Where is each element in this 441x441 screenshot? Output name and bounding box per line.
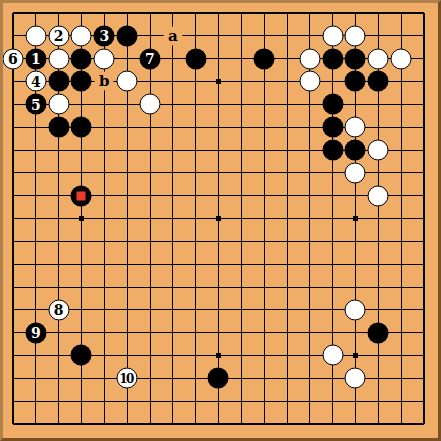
intersection-12-12[interactable] (276, 276, 299, 299)
intersection-12-11[interactable] (276, 253, 299, 276)
intersection-0-3[interactable] (2, 70, 25, 93)
intersection-8-17[interactable] (184, 390, 207, 413)
intersection-14-3[interactable] (321, 70, 344, 93)
intersection-1-6[interactable] (24, 139, 47, 162)
intersection-10-3[interactable] (230, 70, 253, 93)
intersection-8-12[interactable] (184, 276, 207, 299)
intersection-0-18[interactable] (2, 412, 25, 435)
intersection-15-1[interactable] (344, 24, 367, 47)
intersection-6-16[interactable] (139, 367, 162, 390)
intersection-6-1[interactable] (139, 24, 162, 47)
intersection-2-8[interactable] (47, 184, 70, 207)
intersection-12-3[interactable] (276, 70, 299, 93)
intersection-7-15[interactable] (161, 344, 184, 367)
intersection-14-13[interactable] (321, 298, 344, 321)
intersection-6-14[interactable] (139, 321, 162, 344)
intersection-1-9[interactable] (24, 207, 47, 230)
intersection-8-4[interactable] (184, 93, 207, 116)
intersection-6-0[interactable] (139, 2, 162, 25)
intersection-17-17[interactable] (390, 390, 413, 413)
intersection-13-3[interactable] (298, 70, 321, 93)
intersection-13-2[interactable] (298, 47, 321, 70)
intersection-16-12[interactable] (367, 276, 390, 299)
intersection-2-15[interactable] (47, 344, 70, 367)
intersection-15-2[interactable] (344, 47, 367, 70)
intersection-14-9[interactable] (321, 207, 344, 230)
intersection-15-3[interactable] (344, 70, 367, 93)
intersection-16-10[interactable] (367, 230, 390, 253)
intersection-3-8[interactable] (70, 184, 93, 207)
intersection-15-9[interactable] (344, 207, 367, 230)
intersection-14-1[interactable] (321, 24, 344, 47)
intersection-11-12[interactable] (253, 276, 276, 299)
intersection-2-7[interactable] (47, 161, 70, 184)
intersection-14-18[interactable] (321, 412, 344, 435)
intersection-18-0[interactable] (412, 2, 435, 25)
intersection-1-0[interactable] (24, 2, 47, 25)
intersection-2-16[interactable] (47, 367, 70, 390)
intersection-1-5[interactable] (24, 116, 47, 139)
intersection-17-2[interactable] (390, 47, 413, 70)
intersection-10-17[interactable] (230, 390, 253, 413)
intersection-2-9[interactable] (47, 207, 70, 230)
intersection-1-17[interactable] (24, 390, 47, 413)
intersection-7-6[interactable] (161, 139, 184, 162)
intersection-17-18[interactable] (390, 412, 413, 435)
intersection-18-7[interactable] (412, 161, 435, 184)
intersection-17-13[interactable] (390, 298, 413, 321)
intersection-10-13[interactable] (230, 298, 253, 321)
intersection-13-12[interactable] (298, 276, 321, 299)
intersection-5-8[interactable] (116, 184, 139, 207)
intersection-10-6[interactable] (230, 139, 253, 162)
intersection-6-12[interactable] (139, 276, 162, 299)
intersection-0-4[interactable] (2, 93, 25, 116)
intersection-8-9[interactable] (184, 207, 207, 230)
intersection-13-8[interactable] (298, 184, 321, 207)
intersection-5-4[interactable] (116, 93, 139, 116)
intersection-10-18[interactable] (230, 412, 253, 435)
intersection-7-2[interactable] (161, 47, 184, 70)
intersection-0-13[interactable] (2, 298, 25, 321)
intersection-6-5[interactable] (139, 116, 162, 139)
intersection-12-14[interactable] (276, 321, 299, 344)
intersection-5-10[interactable] (116, 230, 139, 253)
intersection-12-13[interactable] (276, 298, 299, 321)
intersection-9-8[interactable] (207, 184, 230, 207)
intersection-18-9[interactable] (412, 207, 435, 230)
intersection-15-7[interactable] (344, 161, 367, 184)
intersection-7-1[interactable]: a (161, 24, 184, 47)
intersection-3-0[interactable] (70, 2, 93, 25)
intersection-11-10[interactable] (253, 230, 276, 253)
intersection-8-1[interactable] (184, 24, 207, 47)
intersection-3-7[interactable] (70, 161, 93, 184)
intersection-11-16[interactable] (253, 367, 276, 390)
intersection-16-9[interactable] (367, 207, 390, 230)
intersection-17-10[interactable] (390, 230, 413, 253)
intersection-10-0[interactable] (230, 2, 253, 25)
intersection-5-6[interactable] (116, 139, 139, 162)
intersection-8-6[interactable] (184, 139, 207, 162)
intersection-3-10[interactable] (70, 230, 93, 253)
intersection-6-8[interactable] (139, 184, 162, 207)
intersection-13-14[interactable] (298, 321, 321, 344)
intersection-15-11[interactable] (344, 253, 367, 276)
intersection-1-14[interactable]: 9 (24, 321, 47, 344)
intersection-8-14[interactable] (184, 321, 207, 344)
intersection-12-15[interactable] (276, 344, 299, 367)
intersection-13-6[interactable] (298, 139, 321, 162)
intersection-5-11[interactable] (116, 253, 139, 276)
intersection-17-11[interactable] (390, 253, 413, 276)
intersection-5-18[interactable] (116, 412, 139, 435)
intersection-9-7[interactable] (207, 161, 230, 184)
intersection-17-5[interactable] (390, 116, 413, 139)
intersection-4-1[interactable]: 3 (93, 24, 116, 47)
intersection-16-15[interactable] (367, 344, 390, 367)
intersection-7-3[interactable] (161, 70, 184, 93)
intersection-12-16[interactable] (276, 367, 299, 390)
intersection-12-0[interactable] (276, 2, 299, 25)
intersection-11-15[interactable] (253, 344, 276, 367)
intersection-4-13[interactable] (93, 298, 116, 321)
intersection-3-9[interactable] (70, 207, 93, 230)
intersection-6-11[interactable] (139, 253, 162, 276)
intersection-7-16[interactable] (161, 367, 184, 390)
intersection-1-1[interactable] (24, 24, 47, 47)
intersection-14-15[interactable] (321, 344, 344, 367)
intersection-17-1[interactable] (390, 24, 413, 47)
intersection-7-14[interactable] (161, 321, 184, 344)
intersection-6-17[interactable] (139, 390, 162, 413)
intersection-14-12[interactable] (321, 276, 344, 299)
intersection-14-8[interactable] (321, 184, 344, 207)
intersection-0-17[interactable] (2, 390, 25, 413)
intersection-18-14[interactable] (412, 321, 435, 344)
intersection-14-14[interactable] (321, 321, 344, 344)
intersection-11-13[interactable] (253, 298, 276, 321)
intersection-18-3[interactable] (412, 70, 435, 93)
intersection-8-13[interactable] (184, 298, 207, 321)
intersection-16-18[interactable] (367, 412, 390, 435)
intersection-13-7[interactable] (298, 161, 321, 184)
intersection-3-1[interactable] (70, 24, 93, 47)
intersection-14-4[interactable] (321, 93, 344, 116)
intersection-2-12[interactable] (47, 276, 70, 299)
intersection-4-16[interactable] (93, 367, 116, 390)
intersection-2-5[interactable] (47, 116, 70, 139)
intersection-2-2[interactable] (47, 47, 70, 70)
intersection-17-7[interactable] (390, 161, 413, 184)
intersection-14-6[interactable] (321, 139, 344, 162)
intersection-9-6[interactable] (207, 139, 230, 162)
intersection-1-16[interactable] (24, 367, 47, 390)
intersection-4-14[interactable] (93, 321, 116, 344)
intersection-0-5[interactable] (2, 116, 25, 139)
intersection-12-8[interactable] (276, 184, 299, 207)
intersection-4-2[interactable] (93, 47, 116, 70)
intersection-17-3[interactable] (390, 70, 413, 93)
intersection-4-7[interactable] (93, 161, 116, 184)
intersection-12-2[interactable] (276, 47, 299, 70)
intersection-17-12[interactable] (390, 276, 413, 299)
intersection-18-18[interactable] (412, 412, 435, 435)
intersection-9-14[interactable] (207, 321, 230, 344)
intersection-13-0[interactable] (298, 2, 321, 25)
intersection-18-15[interactable] (412, 344, 435, 367)
intersection-11-0[interactable] (253, 2, 276, 25)
intersection-8-5[interactable] (184, 116, 207, 139)
intersection-0-12[interactable] (2, 276, 25, 299)
intersection-8-7[interactable] (184, 161, 207, 184)
intersection-16-8[interactable] (367, 184, 390, 207)
intersection-8-11[interactable] (184, 253, 207, 276)
intersection-17-9[interactable] (390, 207, 413, 230)
intersection-12-9[interactable] (276, 207, 299, 230)
intersection-3-3[interactable] (70, 70, 93, 93)
intersection-17-6[interactable] (390, 139, 413, 162)
intersection-14-0[interactable] (321, 2, 344, 25)
intersection-11-6[interactable] (253, 139, 276, 162)
intersection-10-16[interactable] (230, 367, 253, 390)
intersection-0-1[interactable] (2, 24, 25, 47)
intersection-0-11[interactable] (2, 253, 25, 276)
intersection-18-16[interactable] (412, 367, 435, 390)
intersection-10-12[interactable] (230, 276, 253, 299)
intersection-10-14[interactable] (230, 321, 253, 344)
intersection-14-5[interactable] (321, 116, 344, 139)
intersection-13-10[interactable] (298, 230, 321, 253)
intersection-8-15[interactable] (184, 344, 207, 367)
intersection-3-18[interactable] (70, 412, 93, 435)
intersection-6-18[interactable] (139, 412, 162, 435)
intersection-11-14[interactable] (253, 321, 276, 344)
intersection-6-15[interactable] (139, 344, 162, 367)
intersection-2-10[interactable] (47, 230, 70, 253)
intersection-5-2[interactable] (116, 47, 139, 70)
intersection-6-9[interactable] (139, 207, 162, 230)
intersection-7-7[interactable] (161, 161, 184, 184)
intersection-3-17[interactable] (70, 390, 93, 413)
intersection-7-9[interactable] (161, 207, 184, 230)
intersection-18-4[interactable] (412, 93, 435, 116)
intersection-11-11[interactable] (253, 253, 276, 276)
intersection-15-17[interactable] (344, 390, 367, 413)
intersection-11-3[interactable] (253, 70, 276, 93)
intersection-6-2[interactable]: 7 (139, 47, 162, 70)
intersection-13-4[interactable] (298, 93, 321, 116)
intersection-11-5[interactable] (253, 116, 276, 139)
intersection-7-11[interactable] (161, 253, 184, 276)
intersection-0-0[interactable] (2, 2, 25, 25)
intersection-10-2[interactable] (230, 47, 253, 70)
intersection-17-8[interactable] (390, 184, 413, 207)
intersection-5-12[interactable] (116, 276, 139, 299)
intersection-10-8[interactable] (230, 184, 253, 207)
intersection-1-2[interactable]: 1 (24, 47, 47, 70)
intersection-13-15[interactable] (298, 344, 321, 367)
intersection-15-12[interactable] (344, 276, 367, 299)
intersection-16-3[interactable] (367, 70, 390, 93)
intersection-7-10[interactable] (161, 230, 184, 253)
intersection-13-9[interactable] (298, 207, 321, 230)
intersection-15-14[interactable] (344, 321, 367, 344)
intersection-3-16[interactable] (70, 367, 93, 390)
intersection-3-4[interactable] (70, 93, 93, 116)
intersection-12-4[interactable] (276, 93, 299, 116)
intersection-15-5[interactable] (344, 116, 367, 139)
intersection-15-10[interactable] (344, 230, 367, 253)
intersection-4-5[interactable] (93, 116, 116, 139)
intersection-6-6[interactable] (139, 139, 162, 162)
intersection-3-14[interactable] (70, 321, 93, 344)
intersection-13-1[interactable] (298, 24, 321, 47)
intersection-0-6[interactable] (2, 139, 25, 162)
intersection-13-11[interactable] (298, 253, 321, 276)
intersection-8-0[interactable] (184, 2, 207, 25)
intersection-16-16[interactable] (367, 367, 390, 390)
intersection-10-7[interactable] (230, 161, 253, 184)
intersection-3-15[interactable] (70, 344, 93, 367)
intersection-5-9[interactable] (116, 207, 139, 230)
intersection-7-13[interactable] (161, 298, 184, 321)
intersection-0-2[interactable]: 6 (2, 47, 25, 70)
intersection-18-5[interactable] (412, 116, 435, 139)
intersection-9-0[interactable] (207, 2, 230, 25)
intersection-17-16[interactable] (390, 367, 413, 390)
intersection-16-6[interactable] (367, 139, 390, 162)
intersection-8-2[interactable] (184, 47, 207, 70)
intersection-15-0[interactable] (344, 2, 367, 25)
intersection-3-11[interactable] (70, 253, 93, 276)
intersection-0-16[interactable] (2, 367, 25, 390)
intersection-9-5[interactable] (207, 116, 230, 139)
intersection-18-8[interactable] (412, 184, 435, 207)
intersection-11-4[interactable] (253, 93, 276, 116)
intersection-15-13[interactable] (344, 298, 367, 321)
intersection-0-8[interactable] (2, 184, 25, 207)
intersection-18-11[interactable] (412, 253, 435, 276)
intersection-7-4[interactable] (161, 93, 184, 116)
intersection-7-12[interactable] (161, 276, 184, 299)
intersection-14-10[interactable] (321, 230, 344, 253)
intersection-4-11[interactable] (93, 253, 116, 276)
intersection-2-6[interactable] (47, 139, 70, 162)
intersection-2-14[interactable] (47, 321, 70, 344)
intersection-5-3[interactable] (116, 70, 139, 93)
intersection-10-1[interactable] (230, 24, 253, 47)
intersection-5-1[interactable] (116, 24, 139, 47)
intersection-9-4[interactable] (207, 93, 230, 116)
intersection-14-16[interactable] (321, 367, 344, 390)
intersection-8-8[interactable] (184, 184, 207, 207)
intersection-12-10[interactable] (276, 230, 299, 253)
intersection-18-12[interactable] (412, 276, 435, 299)
intersection-8-3[interactable] (184, 70, 207, 93)
intersection-17-4[interactable] (390, 93, 413, 116)
intersection-7-0[interactable] (161, 2, 184, 25)
intersection-1-13[interactable] (24, 298, 47, 321)
intersection-13-16[interactable] (298, 367, 321, 390)
intersection-16-4[interactable] (367, 93, 390, 116)
intersection-9-13[interactable] (207, 298, 230, 321)
intersection-16-14[interactable] (367, 321, 390, 344)
intersection-11-18[interactable] (253, 412, 276, 435)
intersection-1-12[interactable] (24, 276, 47, 299)
intersection-14-17[interactable] (321, 390, 344, 413)
intersection-2-1[interactable]: 2 (47, 24, 70, 47)
intersection-5-15[interactable] (116, 344, 139, 367)
intersection-10-15[interactable] (230, 344, 253, 367)
intersection-15-8[interactable] (344, 184, 367, 207)
intersection-5-14[interactable] (116, 321, 139, 344)
intersection-14-2[interactable] (321, 47, 344, 70)
intersection-7-8[interactable] (161, 184, 184, 207)
intersection-0-15[interactable] (2, 344, 25, 367)
intersection-16-0[interactable] (367, 2, 390, 25)
intersection-2-0[interactable] (47, 2, 70, 25)
intersection-13-17[interactable] (298, 390, 321, 413)
intersection-10-10[interactable] (230, 230, 253, 253)
intersection-17-0[interactable] (390, 2, 413, 25)
intersection-5-17[interactable] (116, 390, 139, 413)
intersection-9-12[interactable] (207, 276, 230, 299)
intersection-0-7[interactable] (2, 161, 25, 184)
intersection-6-13[interactable] (139, 298, 162, 321)
intersection-11-2[interactable] (253, 47, 276, 70)
intersection-0-9[interactable] (2, 207, 25, 230)
intersection-9-1[interactable] (207, 24, 230, 47)
intersection-6-10[interactable] (139, 230, 162, 253)
intersection-1-11[interactable] (24, 253, 47, 276)
intersection-16-17[interactable] (367, 390, 390, 413)
intersection-18-2[interactable] (412, 47, 435, 70)
intersection-5-0[interactable] (116, 2, 139, 25)
intersection-14-7[interactable] (321, 161, 344, 184)
intersection-4-3[interactable]: b (93, 70, 116, 93)
intersection-5-5[interactable] (116, 116, 139, 139)
intersection-4-9[interactable] (93, 207, 116, 230)
intersection-18-1[interactable] (412, 24, 435, 47)
intersection-10-11[interactable] (230, 253, 253, 276)
intersection-13-18[interactable] (298, 412, 321, 435)
intersection-4-18[interactable] (93, 412, 116, 435)
intersection-9-9[interactable] (207, 207, 230, 230)
intersection-15-15[interactable] (344, 344, 367, 367)
intersection-11-1[interactable] (253, 24, 276, 47)
intersection-18-6[interactable] (412, 139, 435, 162)
intersection-11-17[interactable] (253, 390, 276, 413)
intersection-0-10[interactable] (2, 230, 25, 253)
intersection-7-18[interactable] (161, 412, 184, 435)
intersection-10-5[interactable] (230, 116, 253, 139)
intersection-3-6[interactable] (70, 139, 93, 162)
intersection-18-10[interactable] (412, 230, 435, 253)
intersection-4-8[interactable] (93, 184, 116, 207)
intersection-2-3[interactable] (47, 70, 70, 93)
intersection-4-10[interactable] (93, 230, 116, 253)
intersection-11-8[interactable] (253, 184, 276, 207)
intersection-9-16[interactable] (207, 367, 230, 390)
intersection-3-2[interactable] (70, 47, 93, 70)
intersection-6-7[interactable] (139, 161, 162, 184)
intersection-15-16[interactable] (344, 367, 367, 390)
intersection-16-11[interactable] (367, 253, 390, 276)
intersection-7-17[interactable] (161, 390, 184, 413)
intersection-17-14[interactable] (390, 321, 413, 344)
intersection-12-17[interactable] (276, 390, 299, 413)
